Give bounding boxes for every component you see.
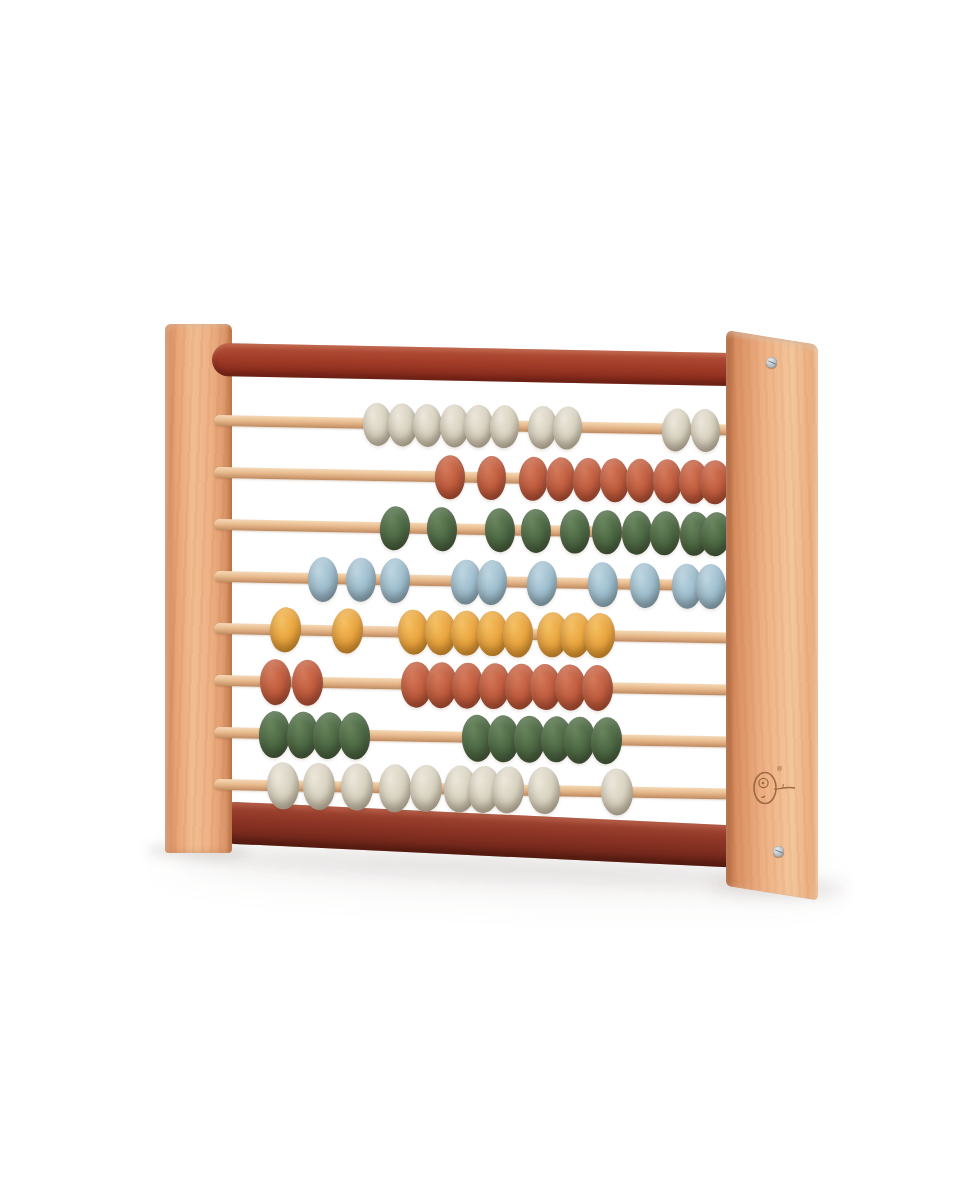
- bead-rust[interactable]: [581, 665, 613, 712]
- bead-blue[interactable]: [587, 561, 619, 607]
- bead-green[interactable]: [560, 509, 590, 553]
- rod-row-6: [214, 656, 739, 716]
- bead-rust[interactable]: [435, 455, 465, 499]
- bead-green[interactable]: [426, 506, 458, 552]
- bead-blue[interactable]: [696, 564, 726, 609]
- bead-green[interactable]: [521, 509, 552, 554]
- registered-trademark: ®: [776, 765, 783, 773]
- bead-green[interactable]: [592, 510, 623, 555]
- bead-cream[interactable]: [690, 408, 721, 452]
- rod-row-3: [214, 500, 739, 560]
- bead-yellow[interactable]: [502, 612, 533, 658]
- bead-green[interactable]: [649, 510, 681, 556]
- bead-blue[interactable]: [525, 559, 559, 606]
- bead-green[interactable]: [338, 711, 372, 759]
- bead-green[interactable]: [621, 510, 652, 555]
- rod-row-8: [214, 760, 739, 820]
- bead-green[interactable]: [484, 508, 515, 553]
- rod-row-1: [214, 396, 739, 456]
- bead-cream[interactable]: [379, 764, 412, 812]
- bead-cream[interactable]: [661, 407, 694, 452]
- screw-top-icon: [766, 357, 777, 368]
- bead-blue[interactable]: [308, 557, 338, 602]
- bead-cream[interactable]: [303, 763, 336, 811]
- bead-rust[interactable]: [476, 456, 507, 501]
- bead-rust[interactable]: [259, 659, 291, 706]
- bead-cream[interactable]: [413, 403, 443, 446]
- frame-right-post: [726, 330, 818, 901]
- rod-row-4: [214, 552, 739, 612]
- bead-cream[interactable]: [463, 404, 493, 448]
- bead-blue[interactable]: [346, 557, 377, 602]
- rod-row-2: [214, 448, 739, 508]
- bead-yellow[interactable]: [330, 607, 364, 655]
- screw-bottom-icon: [773, 846, 784, 857]
- bead-rust[interactable]: [292, 660, 323, 706]
- rod-row-5: [214, 604, 739, 664]
- bead-rust[interactable]: [625, 459, 656, 504]
- bead-yellow[interactable]: [268, 607, 302, 654]
- bead-cream[interactable]: [266, 762, 299, 810]
- bead-cream[interactable]: [409, 765, 442, 813]
- bead-cream[interactable]: [551, 405, 583, 450]
- bead-blue[interactable]: [629, 562, 661, 608]
- kids-concept-logo-stamp: ®: [752, 762, 802, 812]
- bead-blue[interactable]: [379, 557, 411, 603]
- bead-cream[interactable]: [341, 764, 373, 811]
- bead-cream[interactable]: [489, 404, 520, 448]
- bead-green[interactable]: [378, 505, 412, 552]
- bead-cream[interactable]: [527, 767, 561, 816]
- bead-green[interactable]: [590, 716, 624, 764]
- product-photo: ®: [0, 0, 960, 1200]
- rod-row-7: [214, 708, 739, 768]
- bead-blue[interactable]: [475, 559, 508, 606]
- bead-cream[interactable]: [600, 768, 633, 816]
